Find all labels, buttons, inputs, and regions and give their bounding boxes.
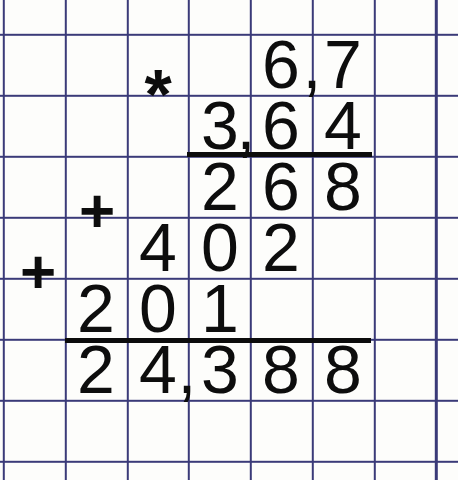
digit-cell: 4 xyxy=(312,95,374,156)
digit-cell: 2 xyxy=(250,217,312,278)
digit-cell: 4 xyxy=(127,217,189,278)
digit-cell: 3 xyxy=(189,339,251,400)
digit-cell: 2 xyxy=(65,339,127,400)
digit-cell: 2 xyxy=(189,156,251,217)
digit-cell: 6 xyxy=(250,156,312,217)
digit-cell: 1 xyxy=(189,278,251,339)
digit-cell: 2 xyxy=(65,278,127,339)
digit-cell: 8 xyxy=(312,339,374,400)
multiply-operator: * xyxy=(127,64,189,126)
digit-cell: 8 xyxy=(312,156,374,217)
plus-operator-1: + xyxy=(66,180,128,242)
digit-cell: 8 xyxy=(250,339,312,400)
digit-cell: 7 xyxy=(312,34,374,95)
digit-cell: 0 xyxy=(127,278,189,339)
plus-operator-2: + xyxy=(7,241,69,303)
digit-cell: 0 xyxy=(189,217,251,278)
digit-cell: 6 xyxy=(250,95,312,156)
squared-paper-board: * + + 6 , 7 3 , 6 4 2 6 8 4 0 2 2 0 1 2 … xyxy=(0,0,458,480)
